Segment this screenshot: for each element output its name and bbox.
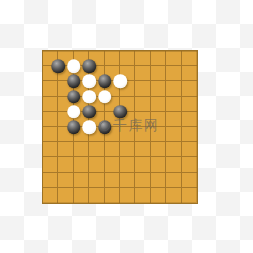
black-stone xyxy=(67,75,81,89)
black-stone xyxy=(98,75,112,89)
black-stone xyxy=(98,120,112,134)
white-stone xyxy=(82,75,96,89)
black-stone xyxy=(67,90,81,104)
white-stone xyxy=(67,105,81,119)
white-stone xyxy=(67,59,81,73)
black-stone xyxy=(67,120,81,134)
white-stone xyxy=(82,90,96,104)
white-stone xyxy=(98,90,112,104)
white-stone xyxy=(113,75,127,89)
white-stone xyxy=(82,120,96,134)
black-stone xyxy=(52,59,66,73)
transparency-background: 千库网 xyxy=(0,0,253,253)
black-stone xyxy=(82,59,96,73)
stones-layer xyxy=(43,51,197,203)
black-stone xyxy=(82,105,96,119)
black-stone xyxy=(113,105,127,119)
gomoku-board[interactable] xyxy=(42,50,198,204)
